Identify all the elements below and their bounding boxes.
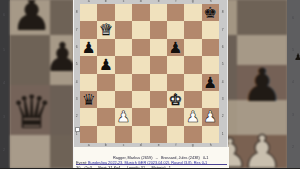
white-to-move-indicator [75,127,80,132]
square-f7 [167,21,184,38]
square-h8: ♚ [202,4,219,21]
square-f5 [167,56,184,73]
coord-label-7: 7 [220,21,225,38]
square-f6: ♟ [167,39,184,56]
coord-label-c: c [115,0,132,4]
coord-label-5: 5 [75,56,80,73]
coord-label-2: 2 [75,108,80,125]
caption-divider [76,164,227,165]
piece-wq-b7: ♛ [97,21,114,38]
bg-rank-label-4: 4 [1,81,7,85]
square-e7 [150,21,167,38]
coord-label-d: d [132,0,149,4]
square-a1 [80,126,97,143]
square-c3 [115,91,132,108]
chess-diagram-panel: abcdefgh 87654321 ♚♛♟♟♟♟♛♚♟♟♟ 87654321 a… [73,0,228,168]
coord-label-6: 6 [220,39,225,56]
file-labels-top: abcdefgh [80,0,219,4]
square-c1 [115,126,132,143]
square-d5 [132,56,149,73]
coord-label-a: a [80,0,97,4]
bg-square [237,0,287,35]
piece-bp-a6: ♟ [80,39,97,56]
square-b5: ♟ [97,56,114,73]
square-e2 [150,108,167,125]
bg-tiny-pawn: ♟ [294,53,300,62]
bg-piece-bq: ♛ [11,89,52,135]
square-c6 [115,39,132,56]
square-b1 [97,126,114,143]
bg-piece-wp: ♟ [241,129,282,168]
square-g7 [184,21,201,38]
bg-rank-label-3: 3 [1,115,7,119]
square-g4 [184,74,201,91]
square-h5 [202,56,219,73]
coord-label-4: 4 [75,74,80,91]
square-c4 [115,74,132,91]
square-f2 [167,108,184,125]
background-blur-left: ♟♟♛ [10,0,74,168]
game-caption: Ragger, Markus (2659) – Brossard, Jules … [74,147,229,168]
square-c5 [115,56,132,73]
bg-rank-label-4: 4 [290,80,296,84]
bg-square [227,0,237,35]
square-e6 [150,39,167,56]
board: ♚♛♟♟♟♟♛♚♟♟♟ [80,4,219,143]
bg-square [50,0,74,35]
left-edge-bar: 65432 [0,0,10,168]
square-d1 [132,126,149,143]
square-h3 [202,91,219,108]
square-b4 [97,74,114,91]
square-d2 [132,108,149,125]
square-e8 [150,4,167,21]
square-c8 [115,4,132,21]
square-f4 [167,74,184,91]
square-g6 [184,39,201,56]
piece-wp-h2: ♟ [202,108,219,125]
square-a8 [80,4,97,21]
coord-label-3: 3 [220,91,225,108]
square-g2: ♟ [184,108,201,125]
coord-label-5: 5 [220,56,225,73]
bg-rank-label-2: 2 [1,148,7,152]
bg-square [227,100,237,135]
square-g3 [184,91,201,108]
square-h2: ♟ [202,108,219,125]
bg-rank-label-2: 2 [290,145,296,149]
square-a7 [80,21,97,38]
square-d7 [132,21,149,38]
coord-label-3: 3 [75,91,80,108]
caption-status-line: 30... Qa3 Next: 31.Kg4 Length: 31 Materi… [74,158,229,163]
rank-labels-right: 87654321 [220,4,225,143]
square-e3 [150,91,167,108]
coord-label-8: 8 [220,4,225,21]
square-a6: ♟ [80,39,97,56]
piece-wp-g2: ♟ [184,108,201,125]
square-d3 [132,91,149,108]
piece-bq-a3: ♛ [80,91,97,108]
square-b6 [97,39,114,56]
bg-rank-label-6: 6 [1,13,7,17]
bg-rank-label-6: 6 [290,16,296,20]
square-g1 [184,126,201,143]
square-a5 [80,56,97,73]
square-c2: ♟ [115,108,132,125]
square-e4 [150,74,167,91]
rank-labels-left: 87654321 [75,4,80,143]
bg-square [50,85,74,135]
square-g8 [184,4,201,21]
square-f8 [167,4,184,21]
piece-bp-f6: ♟ [167,39,184,56]
piece-wp-c2: ♟ [115,108,132,125]
bg-piece-bp: ♟ [241,62,282,108]
square-a3: ♛ [80,91,97,108]
square-c7 [115,21,132,38]
square-a4 [80,74,97,91]
piece-wk-f3: ♚ [167,91,184,108]
piece-bp-h4: ♟ [202,74,219,91]
square-d4 [132,74,149,91]
square-d8 [132,4,149,21]
video-frame: 65432 ♟♟♛ ♟♟♟ 65432♟ abcdefgh 87654321 ♚… [0,0,300,168]
square-h6 [202,39,219,56]
coord-label-2: 2 [220,108,225,125]
piece-bp-b5: ♟ [97,56,114,73]
bg-rank-label-3: 3 [290,113,296,117]
right-edge-bar: 65432♟ [287,0,300,168]
moves-status-text: 30... Qa3 Next: 31.Kg4 Length: 31 Materi… [76,166,171,169]
coord-label-6: 6 [75,39,80,56]
bg-square [10,135,50,168]
background-blur-right: ♟♟♟ [227,0,287,168]
coord-label-4: 4 [220,74,225,91]
square-h4: ♟ [202,74,219,91]
square-e1 [150,126,167,143]
square-e5 [150,56,167,73]
square-h7 [202,21,219,38]
bg-rank-label-5: 5 [1,48,7,52]
bg-square [10,35,50,85]
bg-square [227,35,237,100]
coord-label-7: 7 [75,21,80,38]
square-b7: ♛ [97,21,114,38]
square-h1 [202,126,219,143]
coord-label-1: 1 [220,126,225,143]
bg-square [50,135,74,168]
coord-label-g: g [184,0,201,4]
coord-label-8: 8 [75,4,80,21]
coord-label-h: h [202,0,219,4]
square-a2 [80,108,97,125]
coord-label-f: f [167,0,184,4]
piece-bk-h8: ♚ [202,4,219,21]
square-f1 [167,126,184,143]
coord-label-b: b [97,0,114,4]
bg-piece-bp: ♟ [45,37,73,77]
bg-piece-bp: ♟ [11,0,52,37]
square-b8 [97,4,114,21]
coord-label-e: e [150,0,167,4]
square-d6 [132,39,149,56]
square-b2 [97,108,114,125]
square-f3: ♚ [167,91,184,108]
square-g5 [184,56,201,73]
square-b3 [97,91,114,108]
